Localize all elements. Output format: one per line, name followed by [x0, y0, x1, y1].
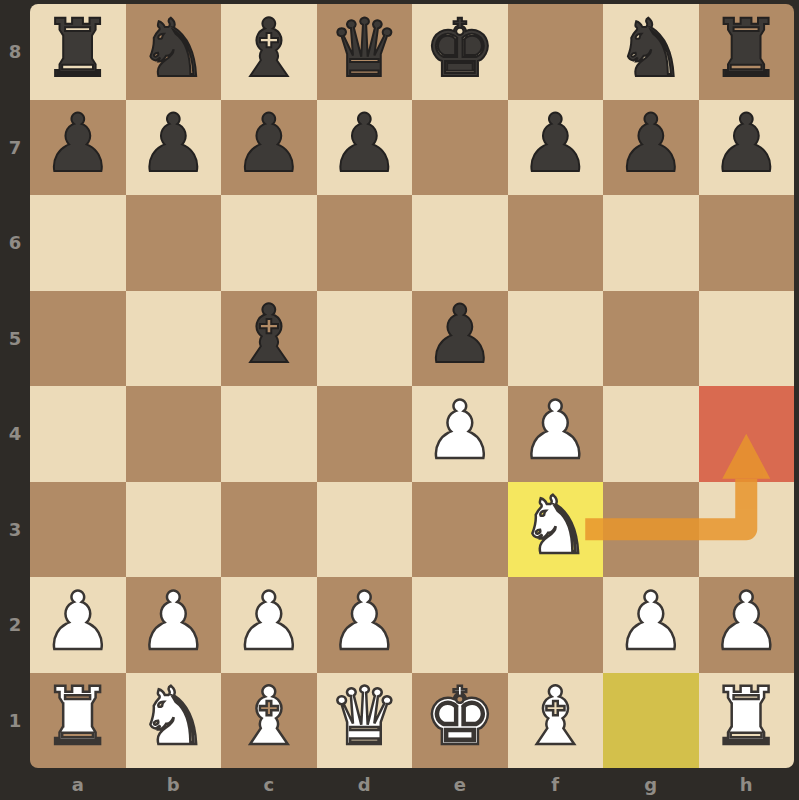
white-bishop[interactable]: ♝ [519, 677, 591, 757]
square-e4[interactable]: ♟ [412, 386, 508, 482]
white-rook[interactable]: ♜ [42, 677, 114, 757]
square-h1[interactable]: ♜ [699, 673, 795, 769]
black-pawn[interactable]: ♟ [233, 104, 305, 184]
square-e1[interactable]: ♚ [412, 673, 508, 769]
square-c2[interactable]: ♟ [221, 577, 317, 673]
square-h7[interactable]: ♟ [699, 100, 795, 196]
square-a3[interactable] [30, 482, 126, 578]
file-label-d: d [317, 768, 413, 800]
file-coordinates: abcdefgh [30, 768, 794, 800]
square-e5[interactable]: ♟ [412, 291, 508, 387]
square-d5[interactable] [317, 291, 413, 387]
square-c3[interactable] [221, 482, 317, 578]
white-pawn[interactable]: ♟ [615, 582, 687, 662]
white-pawn[interactable]: ♟ [233, 582, 305, 662]
rank-label-6: 6 [0, 195, 30, 291]
square-b5[interactable] [126, 291, 222, 387]
square-f6[interactable] [508, 195, 604, 291]
board-grid: ♜♞♝♛♚♞♜♟♟♟♟♟♟♟♝♟♟♟♞♟♟♟♟♟♟♜♞♝♛♚♝♜ [30, 4, 794, 768]
square-f4[interactable]: ♟ [508, 386, 604, 482]
square-e6[interactable] [412, 195, 508, 291]
square-f3[interactable]: ♞ [508, 482, 604, 578]
square-c8[interactable]: ♝ [221, 4, 317, 100]
rank-coordinates: 87654321 [0, 4, 30, 768]
black-pawn[interactable]: ♟ [424, 295, 496, 375]
chess-app: { "game": "chess", "position": { "fen": … [0, 0, 799, 800]
black-pawn[interactable]: ♟ [137, 104, 209, 184]
black-king[interactable]: ♚ [424, 9, 496, 89]
square-c6[interactable] [221, 195, 317, 291]
white-king[interactable]: ♚ [424, 677, 496, 757]
square-c7[interactable]: ♟ [221, 100, 317, 196]
square-a5[interactable] [30, 291, 126, 387]
square-h4[interactable] [699, 386, 795, 482]
black-bishop[interactable]: ♝ [233, 295, 305, 375]
square-g1[interactable] [603, 673, 699, 769]
rank-label-4: 4 [0, 386, 30, 482]
black-rook[interactable]: ♜ [42, 9, 114, 89]
square-d6[interactable] [317, 195, 413, 291]
file-label-b: b [126, 768, 222, 800]
square-b2[interactable]: ♟ [126, 577, 222, 673]
square-g8[interactable]: ♞ [603, 4, 699, 100]
chess-board: ♜♞♝♛♚♞♜♟♟♟♟♟♟♟♝♟♟♟♞♟♟♟♟♟♟♜♞♝♛♚♝♜ [30, 4, 794, 768]
square-e2[interactable] [412, 577, 508, 673]
white-bishop[interactable]: ♝ [233, 677, 305, 757]
square-b3[interactable] [126, 482, 222, 578]
square-d1[interactable]: ♛ [317, 673, 413, 769]
white-pawn[interactable]: ♟ [519, 391, 591, 471]
square-d3[interactable] [317, 482, 413, 578]
square-e3[interactable] [412, 482, 508, 578]
square-g7[interactable]: ♟ [603, 100, 699, 196]
square-h2[interactable]: ♟ [699, 577, 795, 673]
white-knight[interactable]: ♞ [137, 677, 209, 757]
white-knight[interactable]: ♞ [519, 486, 591, 566]
square-f5[interactable] [508, 291, 604, 387]
white-rook[interactable]: ♜ [710, 677, 782, 757]
white-pawn[interactable]: ♟ [42, 582, 114, 662]
black-pawn[interactable]: ♟ [710, 104, 782, 184]
black-bishop[interactable]: ♝ [233, 9, 305, 89]
black-pawn[interactable]: ♟ [328, 104, 400, 184]
rank-label-1: 1 [0, 673, 30, 769]
square-a6[interactable] [30, 195, 126, 291]
white-pawn[interactable]: ♟ [328, 582, 400, 662]
black-knight[interactable]: ♞ [615, 9, 687, 89]
file-label-c: c [221, 768, 317, 800]
square-f2[interactable] [508, 577, 604, 673]
square-h5[interactable] [699, 291, 795, 387]
square-h8[interactable]: ♜ [699, 4, 795, 100]
square-d8[interactable]: ♛ [317, 4, 413, 100]
square-d2[interactable]: ♟ [317, 577, 413, 673]
square-e8[interactable]: ♚ [412, 4, 508, 100]
file-label-h: h [699, 768, 795, 800]
square-g4[interactable] [603, 386, 699, 482]
square-d4[interactable] [317, 386, 413, 482]
square-f1[interactable]: ♝ [508, 673, 604, 769]
file-label-f: f [508, 768, 604, 800]
rank-label-7: 7 [0, 100, 30, 196]
square-b8[interactable]: ♞ [126, 4, 222, 100]
square-a2[interactable]: ♟ [30, 577, 126, 673]
square-a1[interactable]: ♜ [30, 673, 126, 769]
black-pawn[interactable]: ♟ [519, 104, 591, 184]
rank-label-2: 2 [0, 577, 30, 673]
square-h6[interactable] [699, 195, 795, 291]
square-b6[interactable] [126, 195, 222, 291]
white-pawn[interactable]: ♟ [137, 582, 209, 662]
square-b7[interactable]: ♟ [126, 100, 222, 196]
black-queen[interactable]: ♛ [328, 9, 400, 89]
rank-label-5: 5 [0, 291, 30, 387]
square-f8[interactable] [508, 4, 604, 100]
square-c4[interactable] [221, 386, 317, 482]
black-knight[interactable]: ♞ [137, 9, 209, 89]
square-g5[interactable] [603, 291, 699, 387]
square-g6[interactable] [603, 195, 699, 291]
square-a4[interactable] [30, 386, 126, 482]
black-pawn[interactable]: ♟ [615, 104, 687, 184]
square-g2[interactable]: ♟ [603, 577, 699, 673]
file-label-a: a [30, 768, 126, 800]
square-a8[interactable]: ♜ [30, 4, 126, 100]
square-c5[interactable]: ♝ [221, 291, 317, 387]
square-b1[interactable]: ♞ [126, 673, 222, 769]
square-a7[interactable]: ♟ [30, 100, 126, 196]
file-label-g: g [603, 768, 699, 800]
square-g3[interactable] [603, 482, 699, 578]
file-label-e: e [412, 768, 508, 800]
square-e7[interactable] [412, 100, 508, 196]
square-f7[interactable]: ♟ [508, 100, 604, 196]
square-h3[interactable] [699, 482, 795, 578]
square-c1[interactable]: ♝ [221, 673, 317, 769]
black-rook[interactable]: ♜ [710, 9, 782, 89]
rank-label-3: 3 [0, 482, 30, 578]
square-d7[interactable]: ♟ [317, 100, 413, 196]
square-b4[interactable] [126, 386, 222, 482]
white-pawn[interactable]: ♟ [710, 582, 782, 662]
rank-label-8: 8 [0, 4, 30, 100]
white-queen[interactable]: ♛ [328, 677, 400, 757]
white-pawn[interactable]: ♟ [424, 391, 496, 471]
black-pawn[interactable]: ♟ [42, 104, 114, 184]
